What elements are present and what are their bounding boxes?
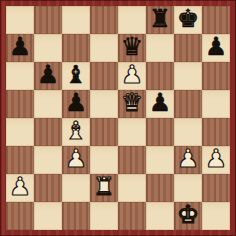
square-a2[interactable]: ♟ <box>6 174 34 202</box>
square-f2[interactable] <box>146 174 174 202</box>
board-frame: ♜♚♟♛♟♟♝♟♟♛♟♝♟♟♟♟♜♚ <box>0 0 236 236</box>
square-g6[interactable] <box>174 62 202 90</box>
square-h6[interactable] <box>202 62 230 90</box>
square-h8[interactable] <box>202 6 230 34</box>
square-c1[interactable] <box>62 202 90 230</box>
square-b6[interactable]: ♟ <box>34 62 62 90</box>
black-pawn-piece: ♟ <box>205 34 227 61</box>
square-g5[interactable] <box>174 90 202 118</box>
square-b2[interactable] <box>34 174 62 202</box>
square-e1[interactable] <box>118 202 146 230</box>
square-e2[interactable] <box>118 174 146 202</box>
square-a3[interactable] <box>6 146 34 174</box>
square-d7[interactable] <box>90 34 118 62</box>
square-b8[interactable] <box>34 6 62 34</box>
square-h3[interactable]: ♟ <box>202 146 230 174</box>
square-g7[interactable] <box>174 34 202 62</box>
square-d8[interactable] <box>90 6 118 34</box>
square-e5[interactable]: ♛ <box>118 90 146 118</box>
square-b4[interactable] <box>34 118 62 146</box>
square-h2[interactable] <box>202 174 230 202</box>
square-d6[interactable] <box>90 62 118 90</box>
square-f6[interactable] <box>146 62 174 90</box>
square-f7[interactable] <box>146 34 174 62</box>
square-b1[interactable] <box>34 202 62 230</box>
square-f1[interactable] <box>146 202 174 230</box>
square-c4[interactable]: ♝ <box>62 118 90 146</box>
square-e6[interactable]: ♟ <box>118 62 146 90</box>
square-d4[interactable] <box>90 118 118 146</box>
white-pawn-piece: ♟ <box>65 146 87 173</box>
square-a6[interactable] <box>6 62 34 90</box>
white-king-piece: ♚ <box>177 202 199 229</box>
black-rook-piece: ♜ <box>149 6 171 33</box>
square-e4[interactable] <box>118 118 146 146</box>
white-pawn-piece: ♟ <box>9 174 31 201</box>
square-g1[interactable]: ♚ <box>174 202 202 230</box>
square-h5[interactable] <box>202 90 230 118</box>
black-pawn-piece: ♟ <box>9 34 31 61</box>
square-e8[interactable] <box>118 6 146 34</box>
square-d2[interactable]: ♜ <box>90 174 118 202</box>
square-g4[interactable] <box>174 118 202 146</box>
square-f4[interactable] <box>146 118 174 146</box>
square-h1[interactable] <box>202 202 230 230</box>
white-queen-piece: ♛ <box>121 90 143 117</box>
square-e7[interactable]: ♛ <box>118 34 146 62</box>
square-g3[interactable]: ♟ <box>174 146 202 174</box>
square-c7[interactable] <box>62 34 90 62</box>
square-f8[interactable]: ♜ <box>146 6 174 34</box>
square-f5[interactable]: ♟ <box>146 90 174 118</box>
square-e3[interactable] <box>118 146 146 174</box>
white-pawn-piece: ♟ <box>121 62 143 89</box>
square-b3[interactable] <box>34 146 62 174</box>
chess-board: ♜♚♟♛♟♟♝♟♟♛♟♝♟♟♟♟♜♚ <box>6 6 230 230</box>
square-a7[interactable]: ♟ <box>6 34 34 62</box>
square-b5[interactable] <box>34 90 62 118</box>
white-pawn-piece: ♟ <box>177 146 199 173</box>
square-a1[interactable] <box>6 202 34 230</box>
square-g2[interactable] <box>174 174 202 202</box>
square-c3[interactable]: ♟ <box>62 146 90 174</box>
square-d1[interactable] <box>90 202 118 230</box>
square-h7[interactable]: ♟ <box>202 34 230 62</box>
black-pawn-piece: ♟ <box>37 62 59 89</box>
white-rook-piece: ♜ <box>93 174 115 201</box>
square-c8[interactable] <box>62 6 90 34</box>
square-a4[interactable] <box>6 118 34 146</box>
square-b7[interactable] <box>34 34 62 62</box>
square-a8[interactable] <box>6 6 34 34</box>
white-bishop-piece: ♝ <box>65 118 87 145</box>
black-bishop-piece: ♝ <box>65 62 87 89</box>
square-g8[interactable]: ♚ <box>174 6 202 34</box>
square-c6[interactable]: ♝ <box>62 62 90 90</box>
square-a5[interactable] <box>6 90 34 118</box>
square-d5[interactable] <box>90 90 118 118</box>
square-c2[interactable] <box>62 174 90 202</box>
square-d3[interactable] <box>90 146 118 174</box>
square-c5[interactable]: ♟ <box>62 90 90 118</box>
white-pawn-piece: ♟ <box>205 146 227 173</box>
black-pawn-piece: ♟ <box>149 90 171 117</box>
black-queen-piece: ♛ <box>121 34 143 61</box>
black-pawn-piece: ♟ <box>65 90 87 117</box>
black-king-piece: ♚ <box>177 6 199 33</box>
square-h4[interactable] <box>202 118 230 146</box>
square-f3[interactable] <box>146 146 174 174</box>
